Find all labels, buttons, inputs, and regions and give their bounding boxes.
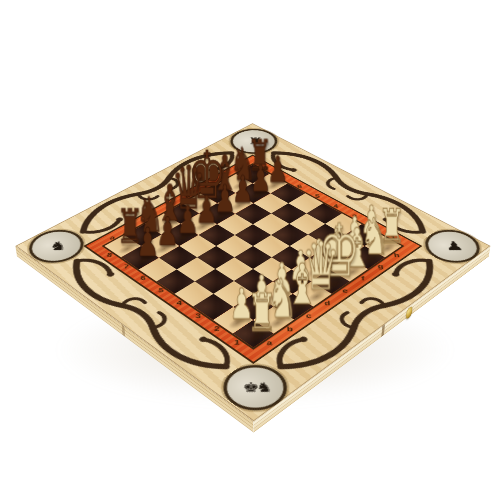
coordinate-label: 6 xyxy=(140,275,146,282)
chess-set-photo: ♜ ♞ ♟ ♚♞ abcdefgh abcdefgh 87654321 8765… xyxy=(0,0,500,500)
coordinate-label: a xyxy=(110,234,116,240)
coordinate-label: f xyxy=(361,275,365,282)
coordinate-label: 5 xyxy=(315,194,320,199)
brass-latch xyxy=(405,305,412,320)
coordinate-label: b xyxy=(286,325,292,332)
coordinate-label: c xyxy=(305,312,311,319)
coordinate-label: a xyxy=(267,339,273,347)
coordinate-label: e xyxy=(342,287,348,294)
coordinate-label: 6 xyxy=(297,184,302,189)
knight-silhouette-icon: ♞ xyxy=(47,239,65,254)
coordinate-label: 1 xyxy=(234,339,240,347)
coordinate-label: f xyxy=(204,184,207,189)
board-top-face: ♜ ♞ ♟ ♚♞ abcdefgh abcdefgh 87654321 8765… xyxy=(15,123,490,421)
piece-black-pawn[interactable]: ♟ xyxy=(176,201,198,240)
coordinate-label: 5 xyxy=(158,287,164,294)
chess-board: ♜ ♞ ♟ ♚♞ abcdefgh abcdefgh 87654321 8765… xyxy=(15,123,490,421)
piece-black-pawn[interactable]: ♟ xyxy=(136,223,159,263)
coordinate-label: g xyxy=(220,175,225,180)
coordinate-label: h xyxy=(393,252,400,258)
coordinate-label: 4 xyxy=(176,299,182,306)
coordinate-label: 7 xyxy=(123,263,129,269)
coordinate-label: 8 xyxy=(107,252,113,258)
coordinate-label: 8 xyxy=(263,166,268,171)
piece-white-rook[interactable]: ♜ xyxy=(247,287,277,339)
square-d5[interactable] xyxy=(216,235,253,258)
piece-black-pawn[interactable]: ♟ xyxy=(156,212,179,251)
king-knight-silhouette-icon: ♚♞ xyxy=(242,379,269,395)
coordinate-label: 3 xyxy=(195,312,201,319)
pawn-silhouette-icon: ♟ xyxy=(443,239,462,254)
coordinate-label: g xyxy=(377,263,384,269)
coordinate-label: 7 xyxy=(280,175,285,180)
coordinate-label: e xyxy=(185,194,190,199)
rook-silhouette-icon: ♜ xyxy=(247,136,260,147)
coordinate-label: 2 xyxy=(214,325,220,332)
checker-grid: ♜♞♝♛♚♝♞♜♟♟♟♟♟♟♟♟♟♟♟♟♟♟♟♟♜♞♝♛♚♝♞♜ xyxy=(105,165,402,348)
coordinate-label: d xyxy=(324,299,330,306)
coordinate-label: h xyxy=(237,166,242,171)
